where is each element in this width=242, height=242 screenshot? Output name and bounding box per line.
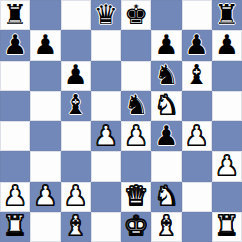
square-b3[interactable]	[30, 151, 60, 181]
square-g8[interactable]	[182, 0, 212, 30]
white-bishop-icon: ♝	[64, 212, 88, 239]
square-e6[interactable]	[121, 61, 151, 91]
black-bishop-icon: ♝	[64, 91, 88, 118]
square-h6[interactable]	[212, 61, 242, 91]
white-bishop-icon: ♝	[154, 212, 178, 239]
square-d4[interactable]: ♟	[91, 121, 121, 151]
black-queen-icon: ♛	[94, 1, 118, 28]
square-g7[interactable]: ♟	[182, 30, 212, 60]
square-b5[interactable]	[30, 91, 60, 121]
square-f3[interactable]	[151, 151, 181, 181]
square-a4[interactable]	[0, 121, 30, 151]
square-a3[interactable]	[0, 151, 30, 181]
square-b1[interactable]	[30, 212, 60, 242]
square-e8[interactable]: ♚	[121, 0, 151, 30]
square-g3[interactable]	[182, 151, 212, 181]
square-g1[interactable]	[182, 212, 212, 242]
square-b6[interactable]	[30, 61, 60, 91]
white-pawn-icon: ♟	[33, 182, 57, 209]
square-h3[interactable]: ♟	[212, 151, 242, 181]
square-c7[interactable]	[61, 30, 91, 60]
square-a8[interactable]: ♜	[0, 0, 30, 30]
square-h1[interactable]: ♜	[212, 212, 242, 242]
black-bishop-icon: ♝	[185, 61, 209, 88]
black-pawn-icon: ♟	[3, 31, 27, 58]
white-pawn-icon: ♟	[124, 122, 148, 149]
white-pawn-icon: ♟	[185, 122, 209, 149]
square-d7[interactable]	[91, 30, 121, 60]
square-f7[interactable]: ♟	[151, 30, 181, 60]
white-king-icon: ♚	[124, 212, 148, 239]
black-knight-icon: ♞	[124, 91, 148, 118]
square-b7[interactable]: ♟	[30, 30, 60, 60]
square-f5[interactable]: ♞	[151, 91, 181, 121]
white-knight-icon: ♞	[154, 91, 178, 118]
black-king-icon: ♚	[124, 1, 148, 28]
white-rook-icon: ♜	[3, 212, 27, 239]
black-pawn-icon: ♟	[154, 31, 178, 58]
square-f2[interactable]: ♞	[151, 182, 181, 212]
square-h2[interactable]	[212, 182, 242, 212]
square-a2[interactable]: ♟	[0, 182, 30, 212]
square-a5[interactable]	[0, 91, 30, 121]
square-e1[interactable]: ♚	[121, 212, 151, 242]
white-pawn-icon: ♟	[215, 152, 239, 179]
square-h7[interactable]: ♟	[212, 30, 242, 60]
square-d6[interactable]	[91, 61, 121, 91]
square-b2[interactable]: ♟	[30, 182, 60, 212]
square-e5[interactable]: ♞	[121, 91, 151, 121]
square-c6[interactable]: ♟	[61, 61, 91, 91]
white-rook-icon: ♜	[215, 212, 239, 239]
square-d2[interactable]	[91, 182, 121, 212]
square-g4[interactable]: ♟	[182, 121, 212, 151]
square-c4[interactable]	[61, 121, 91, 151]
square-f1[interactable]: ♝	[151, 212, 181, 242]
square-f4[interactable]: ♟	[151, 121, 181, 151]
black-rook-icon: ♜	[215, 1, 239, 28]
square-g2[interactable]	[182, 182, 212, 212]
square-a6[interactable]	[0, 61, 30, 91]
square-c1[interactable]: ♝	[61, 212, 91, 242]
square-g5[interactable]	[182, 91, 212, 121]
black-pawn-icon: ♟	[215, 31, 239, 58]
square-g6[interactable]: ♝	[182, 61, 212, 91]
white-pawn-icon: ♟	[64, 182, 88, 209]
white-pawn-icon: ♟	[3, 182, 27, 209]
chess-board: ♜♛♚♜♟♟♟♟♟♟♞♝♝♞♞♟♟♟♟♟♟♟♟♛♞♜♝♚♝♜	[0, 0, 242, 242]
square-e2[interactable]: ♛	[121, 182, 151, 212]
black-pawn-icon: ♟	[185, 31, 209, 58]
square-c5[interactable]: ♝	[61, 91, 91, 121]
black-pawn-icon: ♟	[154, 122, 178, 149]
square-c3[interactable]	[61, 151, 91, 181]
square-f8[interactable]	[151, 0, 181, 30]
white-pawn-icon: ♟	[94, 122, 118, 149]
square-f6[interactable]: ♞	[151, 61, 181, 91]
square-d8[interactable]: ♛	[91, 0, 121, 30]
square-b8[interactable]	[30, 0, 60, 30]
square-d3[interactable]	[91, 151, 121, 181]
square-c8[interactable]	[61, 0, 91, 30]
square-d5[interactable]	[91, 91, 121, 121]
square-e7[interactable]	[121, 30, 151, 60]
black-knight-icon: ♞	[154, 61, 178, 88]
square-h4[interactable]	[212, 121, 242, 151]
black-rook-icon: ♜	[3, 1, 27, 28]
black-pawn-icon: ♟	[33, 31, 57, 58]
square-e3[interactable]	[121, 151, 151, 181]
white-queen-icon: ♛	[124, 182, 148, 209]
square-h5[interactable]	[212, 91, 242, 121]
square-d1[interactable]	[91, 212, 121, 242]
square-h8[interactable]: ♜	[212, 0, 242, 30]
square-e4[interactable]: ♟	[121, 121, 151, 151]
white-knight-icon: ♞	[154, 182, 178, 209]
square-b4[interactable]	[30, 121, 60, 151]
square-a7[interactable]: ♟	[0, 30, 30, 60]
square-c2[interactable]: ♟	[61, 182, 91, 212]
black-pawn-icon: ♟	[64, 61, 88, 88]
square-a1[interactable]: ♜	[0, 212, 30, 242]
